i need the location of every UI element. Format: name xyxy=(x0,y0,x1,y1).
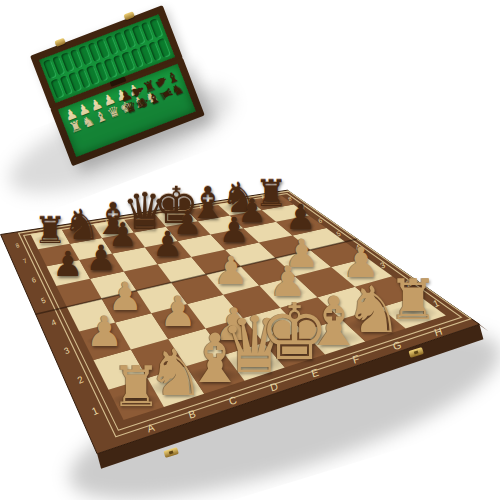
piece-shadow xyxy=(108,239,138,247)
piece-shadow xyxy=(219,235,250,243)
piece-shadow xyxy=(285,221,316,229)
piece-shadow xyxy=(86,336,124,346)
piece-shadow xyxy=(34,235,67,244)
piece-layer: ♜♞♝♛♚♝♞♜♟♟♟♟♟♟♟♟♟♟♟♟♟♟♟♟♜♞♝♛♚♝♞♜ xyxy=(0,0,500,500)
piece-shadow xyxy=(269,287,307,297)
piece-shadow xyxy=(303,330,364,346)
piece-shadow xyxy=(173,227,203,235)
piece-shadow xyxy=(52,269,83,277)
piece-shadow xyxy=(152,249,183,257)
piece-shadow xyxy=(284,258,319,267)
piece-shadow xyxy=(147,380,205,395)
piece-shadow xyxy=(237,215,267,223)
piece-shadow xyxy=(388,306,438,319)
piece-shadow xyxy=(342,268,380,278)
piece-shadow xyxy=(159,317,197,327)
piece-shadow xyxy=(221,203,258,213)
piece-white-p-a3: ♟ xyxy=(84,311,126,353)
piece-shadow xyxy=(111,393,161,406)
product-photo: ♟♟♟♟♟♟♜♞♝♛♚♝♞ ♟♟♜♞♝♛♚♝♜♞ ABCDEFGHABCDEFG… xyxy=(0,0,500,500)
piece-shadow xyxy=(214,275,249,284)
piece-shadow xyxy=(108,301,143,310)
piece-shadow xyxy=(255,198,288,207)
piece-shadow xyxy=(86,262,117,270)
piece-white-p-e4: ♟ xyxy=(212,251,251,290)
piece-shadow xyxy=(214,331,254,342)
